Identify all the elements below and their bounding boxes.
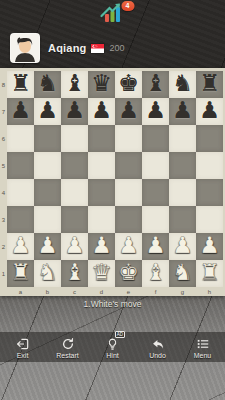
black-knight[interactable]: ♞ — [37, 72, 58, 95]
square-e8[interactable]: ♚ — [115, 71, 142, 98]
black-pawn[interactable]: ♟ — [118, 99, 139, 122]
rank-label-6: 6 — [0, 125, 7, 152]
square-c4[interactable] — [61, 179, 88, 206]
square-a3[interactable] — [7, 206, 34, 233]
square-d8[interactable]: ♛ — [88, 71, 115, 98]
square-c5[interactable] — [61, 152, 88, 179]
square-h5[interactable] — [196, 152, 223, 179]
notification-badge: 4 — [121, 1, 134, 11]
square-c7[interactable]: ♟ — [61, 98, 88, 125]
white-knight[interactable]: ♞ — [37, 261, 58, 284]
black-pawn[interactable]: ♟ — [10, 99, 31, 122]
square-d7[interactable]: ♟ — [88, 98, 115, 125]
square-b8[interactable]: ♞ — [34, 71, 61, 98]
move-status: 1.White's move — [0, 299, 225, 309]
file-label-d: d — [88, 287, 115, 296]
square-a8[interactable]: ♜ — [7, 71, 34, 98]
black-queen[interactable]: ♛ — [91, 72, 112, 95]
square-f1[interactable]: ♝ — [142, 260, 169, 287]
black-pawn[interactable]: ♟ — [172, 99, 193, 122]
square-h6[interactable] — [196, 125, 223, 152]
square-c8[interactable]: ♝ — [61, 71, 88, 98]
square-d3[interactable] — [88, 206, 115, 233]
square-d2[interactable]: ♟ — [88, 233, 115, 260]
square-b2[interactable]: ♟ — [34, 233, 61, 260]
file-label-e: e — [115, 287, 142, 296]
square-h7[interactable]: ♟ — [196, 98, 223, 125]
white-pawn[interactable]: ♟ — [145, 234, 166, 257]
square-b1[interactable]: ♞ — [34, 260, 61, 287]
square-a1[interactable]: ♜ — [7, 260, 34, 287]
square-d6[interactable] — [88, 125, 115, 152]
square-a7[interactable]: ♟ — [7, 98, 34, 125]
file-label-h: h — [196, 287, 223, 296]
white-pawn[interactable]: ♟ — [37, 234, 58, 257]
square-f8[interactable]: ♝ — [142, 71, 169, 98]
square-b6[interactable] — [34, 125, 61, 152]
black-knight[interactable]: ♞ — [172, 72, 193, 95]
ad-badge: AD — [115, 331, 125, 338]
square-c6[interactable] — [61, 125, 88, 152]
square-e5[interactable] — [115, 152, 142, 179]
bottom-toolbar: Exit Restart AD Hint — [0, 332, 225, 362]
square-b3[interactable] — [34, 206, 61, 233]
rank-labels: 87654321 — [0, 71, 7, 287]
square-d1[interactable]: ♛ — [88, 260, 115, 287]
rank-label-3: 3 — [0, 206, 7, 233]
rank-label-8: 8 — [0, 71, 7, 98]
white-bishop[interactable]: ♝ — [145, 261, 166, 284]
square-h1[interactable]: ♜ — [196, 260, 223, 287]
white-pawn[interactable]: ♟ — [91, 234, 112, 257]
rank-label-7: 7 — [0, 98, 7, 125]
square-a4[interactable] — [7, 179, 34, 206]
file-label-f: f — [142, 287, 169, 296]
square-g4[interactable] — [169, 179, 196, 206]
white-pawn[interactable]: ♟ — [199, 234, 220, 257]
white-queen[interactable]: ♛ — [91, 261, 112, 284]
square-a5[interactable] — [7, 152, 34, 179]
black-rook[interactable]: ♜ — [10, 72, 31, 95]
undo-icon — [151, 337, 165, 351]
white-rook[interactable]: ♜ — [10, 261, 31, 284]
white-pawn[interactable]: ♟ — [64, 234, 85, 257]
black-pawn[interactable]: ♟ — [199, 99, 220, 122]
file-label-a: a — [7, 287, 34, 296]
player-name: Aqiang — [48, 42, 86, 54]
square-g6[interactable] — [169, 125, 196, 152]
chess-app: 4 Aqiang 200 — [0, 0, 225, 400]
white-king[interactable]: ♚ — [118, 261, 139, 284]
square-g7[interactable]: ♟ — [169, 98, 196, 125]
square-b4[interactable] — [34, 179, 61, 206]
file-label-c: c — [61, 287, 88, 296]
rank-label-1: 1 — [0, 260, 7, 287]
toolbar-label: Hint — [106, 352, 118, 359]
board-squares: ♜♞♝♛♚♝♞♜♟♟♟♟♟♟♟♟♟♟♟♟♟♟♟♟♜♞♝♛♚♝♞♜ — [7, 71, 223, 287]
menu-icon — [196, 337, 210, 351]
rank-label-5: 5 — [0, 152, 7, 179]
exit-icon — [16, 337, 30, 351]
square-g2[interactable]: ♟ — [169, 233, 196, 260]
square-d4[interactable] — [88, 179, 115, 206]
toolbar-label: Restart — [56, 352, 79, 359]
square-g5[interactable] — [169, 152, 196, 179]
square-f5[interactable] — [142, 152, 169, 179]
black-rook[interactable]: ♜ — [199, 72, 220, 95]
square-c2[interactable]: ♟ — [61, 233, 88, 260]
stats-button[interactable]: 4 — [99, 2, 125, 24]
square-e7[interactable]: ♟ — [115, 98, 142, 125]
white-pawn[interactable]: ♟ — [10, 234, 31, 257]
square-e6[interactable] — [115, 125, 142, 152]
square-b5[interactable] — [34, 152, 61, 179]
square-e2[interactable]: ♟ — [115, 233, 142, 260]
toolbar-label: Menu — [194, 352, 212, 359]
square-e4[interactable] — [115, 179, 142, 206]
square-b7[interactable]: ♟ — [34, 98, 61, 125]
square-f7[interactable]: ♟ — [142, 98, 169, 125]
restart-button[interactable]: Restart — [45, 332, 90, 362]
black-bishop[interactable]: ♝ — [64, 72, 85, 95]
toolbar-label: Undo — [149, 352, 166, 359]
square-g8[interactable]: ♞ — [169, 71, 196, 98]
square-f6[interactable] — [142, 125, 169, 152]
rank-label-4: 4 — [0, 179, 7, 206]
hint-button[interactable]: AD Hint — [90, 332, 135, 362]
square-g3[interactable] — [169, 206, 196, 233]
square-c1[interactable]: ♝ — [61, 260, 88, 287]
square-e3[interactable] — [115, 206, 142, 233]
black-pawn[interactable]: ♟ — [37, 99, 58, 122]
black-king[interactable]: ♚ — [118, 72, 139, 95]
square-h4[interactable] — [196, 179, 223, 206]
white-rook[interactable]: ♜ — [199, 261, 220, 284]
square-f4[interactable] — [142, 179, 169, 206]
hint-icon — [106, 337, 119, 351]
square-f2[interactable]: ♟ — [142, 233, 169, 260]
menu-button[interactable]: Menu — [180, 332, 225, 362]
black-pawn[interactable]: ♟ — [91, 99, 112, 122]
square-a6[interactable] — [7, 125, 34, 152]
black-pawn[interactable]: ♟ — [64, 99, 85, 122]
white-knight[interactable]: ♞ — [172, 261, 193, 284]
exit-button[interactable]: Exit — [0, 332, 45, 362]
white-bishop[interactable]: ♝ — [64, 261, 85, 284]
white-pawn[interactable]: ♟ — [118, 234, 139, 257]
black-bishop[interactable]: ♝ — [145, 72, 166, 95]
player-rating: 200 — [109, 43, 124, 53]
square-d5[interactable] — [88, 152, 115, 179]
player-bar: Aqiang 200 — [0, 31, 225, 65]
square-c3[interactable] — [61, 206, 88, 233]
singapore-flag-icon — [91, 44, 104, 53]
square-f3[interactable] — [142, 206, 169, 233]
undo-button[interactable]: Undo — [135, 332, 180, 362]
square-h8[interactable]: ♜ — [196, 71, 223, 98]
file-label-g: g — [169, 287, 196, 296]
player-avatar[interactable] — [10, 33, 40, 63]
toolbar-label: Exit — [17, 352, 29, 359]
chess-board: 87654321 ♜♞♝♛♚♝♞♜♟♟♟♟♟♟♟♟♟♟♟♟♟♟♟♟♜♞♝♛♚♝♞… — [0, 68, 225, 296]
file-label-b: b — [34, 287, 61, 296]
black-pawn[interactable]: ♟ — [145, 99, 166, 122]
square-g1[interactable]: ♞ — [169, 260, 196, 287]
top-bar: 4 — [0, 0, 225, 30]
rank-label-2: 2 — [0, 233, 7, 260]
square-e1[interactable]: ♚ — [115, 260, 142, 287]
square-h2[interactable]: ♟ — [196, 233, 223, 260]
file-labels: abcdefgh — [7, 287, 223, 296]
restart-icon — [61, 337, 75, 351]
square-a2[interactable]: ♟ — [7, 233, 34, 260]
white-pawn[interactable]: ♟ — [172, 234, 193, 257]
square-h3[interactable] — [196, 206, 223, 233]
